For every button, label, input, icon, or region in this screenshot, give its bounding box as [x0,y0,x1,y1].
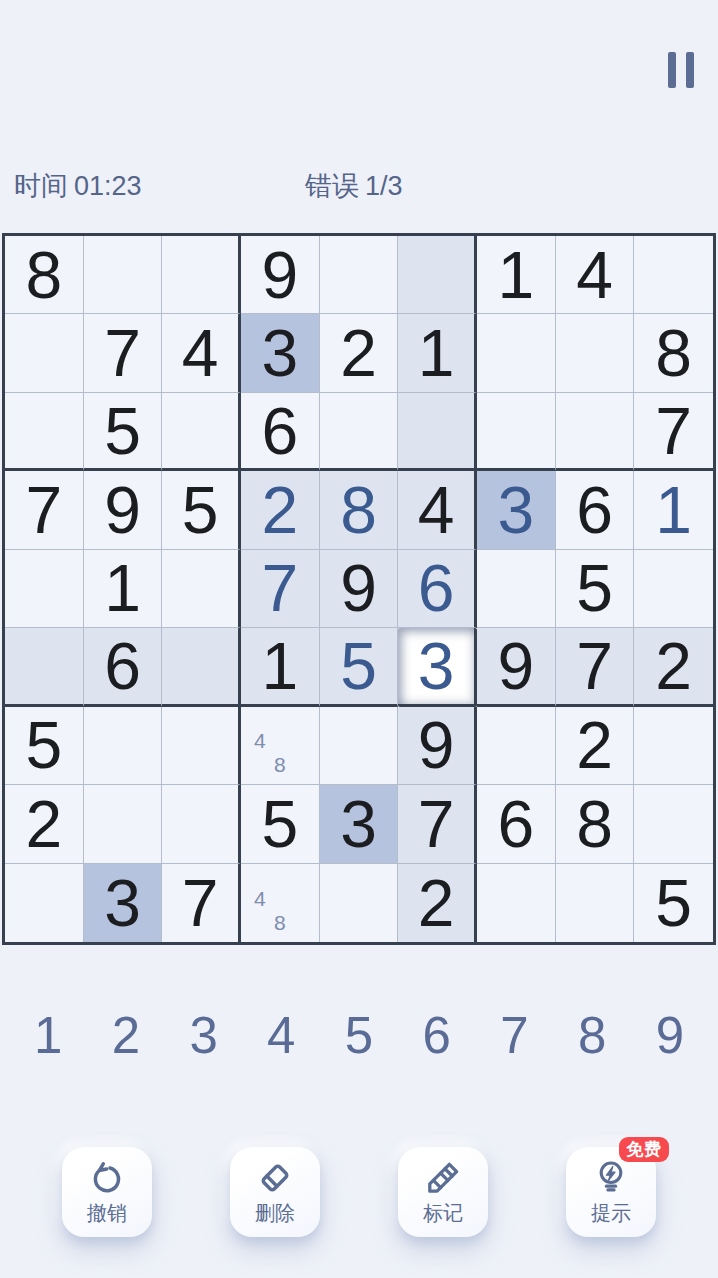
cell-r5c7[interactable] [477,550,556,628]
cell-r2c7[interactable] [477,314,556,392]
cell-r8c5[interactable]: 3 [320,785,399,863]
note-digit-slot [250,753,270,777]
note-digit-slot: 4 [250,729,270,753]
status-bar: 时间01:23 错误1/3 [0,168,718,202]
timer: 时间01:23 [14,168,142,204]
cell-r2c2[interactable]: 7 [84,314,163,392]
pencil-notes: 48 [241,864,319,942]
mark-button[interactable]: 标记 [398,1147,488,1237]
numpad-7[interactable]: 7 [500,1006,528,1065]
cell-r4c8[interactable]: 6 [556,471,635,549]
hint-button[interactable]: 提示免费 [566,1147,656,1237]
cell-r3c1[interactable] [5,393,84,471]
cell-r5c8[interactable]: 5 [556,550,635,628]
timer-value: 01:23 [74,171,142,201]
bulb-icon [589,1156,633,1200]
cell-r7c7[interactable] [477,707,556,785]
cell-r1c4[interactable]: 9 [241,236,320,314]
cell-r4c7[interactable]: 3 [477,471,556,549]
free-badge: 免费 [619,1137,669,1162]
cell-r5c2[interactable]: 1 [84,550,163,628]
cell-r6c7[interactable]: 9 [477,628,556,706]
cell-r6c2[interactable]: 6 [84,628,163,706]
cell-r1c6[interactable] [398,236,477,314]
delete-button[interactable]: 删除 [230,1147,320,1237]
cell-r2c3[interactable]: 4 [162,314,241,392]
cell-r9c3[interactable]: 7 [162,864,241,942]
mistake-value: 1/3 [365,171,403,201]
cell-r6c9[interactable]: 2 [634,628,713,706]
cell-r5c9[interactable] [634,550,713,628]
cell-r4c9[interactable]: 1 [634,471,713,549]
note-digit-slot: 8 [270,911,290,935]
cell-r3c2[interactable]: 5 [84,393,163,471]
cell-r7c8[interactable]: 2 [556,707,635,785]
note-digit-slot [270,887,290,911]
pause-bar [668,52,676,88]
cell-r5c4[interactable]: 7 [241,550,320,628]
cell-r4c6[interactable]: 4 [398,471,477,549]
cell-r2c6[interactable]: 1 [398,314,477,392]
cell-r9c1[interactable] [5,864,84,942]
note-digit-slot [250,867,270,887]
note-digit-slot [270,867,290,887]
undo-icon [85,1156,129,1200]
pencil-notes: 48 [241,707,319,784]
cell-r6c8[interactable]: 7 [556,628,635,706]
cell-r6c5[interactable]: 5 [320,628,399,706]
cell-r2c1[interactable] [5,314,84,392]
cell-r2c9[interactable]: 8 [634,314,713,392]
note-digit-slot [290,867,310,887]
timer-label: 时间 [14,171,68,201]
cell-r7c2[interactable] [84,707,163,785]
cell-r1c2[interactable] [84,236,163,314]
cell-r8c1[interactable]: 2 [5,785,84,863]
cell-r5c3[interactable] [162,550,241,628]
numpad-4[interactable]: 4 [267,1006,295,1065]
note-digit-slot [250,911,270,935]
cell-r1c7[interactable]: 1 [477,236,556,314]
cell-r3c4[interactable]: 6 [241,393,320,471]
cell-r3c9[interactable]: 7 [634,393,713,471]
delete-button-label: 删除 [255,1200,295,1227]
cell-r8c6[interactable]: 7 [398,785,477,863]
cell-r2c8[interactable] [556,314,635,392]
sudoku-grid: 8914743218567795284361179656153972548922… [2,233,716,945]
note-digit-slot [290,710,310,729]
numpad-9[interactable]: 9 [656,1006,684,1065]
cell-r1c9[interactable] [634,236,713,314]
cell-r9c7[interactable] [477,864,556,942]
cell-r9c6[interactable]: 2 [398,864,477,942]
cell-r3c6[interactable] [398,393,477,471]
cell-r9c2[interactable]: 3 [84,864,163,942]
cell-r5c6[interactable]: 6 [398,550,477,628]
number-pad: 123456789 [0,1006,718,1065]
note-digit-slot [250,710,270,729]
cell-r6c3[interactable] [162,628,241,706]
cell-r8c9[interactable] [634,785,713,863]
numpad-8[interactable]: 8 [578,1006,606,1065]
numpad-2[interactable]: 2 [112,1006,140,1065]
cell-r3c8[interactable] [556,393,635,471]
cell-r8c3[interactable] [162,785,241,863]
hint-button-label: 提示 [591,1200,631,1227]
note-digit-slot [290,911,310,935]
note-digit-slot [270,729,290,753]
cell-r5c5[interactable]: 9 [320,550,399,628]
note-digit-slot: 8 [270,753,290,777]
cell-r9c9[interactable]: 5 [634,864,713,942]
numpad-6[interactable]: 6 [423,1006,451,1065]
cell-r2c5[interactable]: 2 [320,314,399,392]
cell-r9c4[interactable]: 48 [241,864,320,942]
cell-r9c5[interactable] [320,864,399,942]
numpad-3[interactable]: 3 [189,1006,217,1065]
undo-button[interactable]: 撤销 [62,1147,152,1237]
cell-r2c4[interactable]: 3 [241,314,320,392]
cell-r1c3[interactable] [162,236,241,314]
cell-r8c2[interactable] [84,785,163,863]
cell-r4c2[interactable]: 9 [84,471,163,549]
note-digit-slot [290,753,310,777]
toolbar: 撤销删除标记提示免费 [0,1147,718,1237]
pencil-icon [421,1156,465,1200]
cell-r6c1[interactable] [5,628,84,706]
cell-r6c6[interactable]: 3 [398,628,477,706]
cell-r7c5[interactable] [320,707,399,785]
cell-r1c1[interactable]: 8 [5,236,84,314]
cell-r3c7[interactable] [477,393,556,471]
cell-r7c9[interactable] [634,707,713,785]
cell-r9c8[interactable] [556,864,635,942]
cell-r6c4[interactable]: 1 [241,628,320,706]
cell-r3c3[interactable] [162,393,241,471]
cell-r1c8[interactable]: 4 [556,236,635,314]
cell-r8c8[interactable]: 8 [556,785,635,863]
cell-r7c1[interactable]: 5 [5,707,84,785]
mark-button-label: 标记 [423,1200,463,1227]
cell-r1c5[interactable] [320,236,399,314]
cell-r4c5[interactable]: 8 [320,471,399,549]
mistake-counter: 错误1/3 [305,168,403,204]
note-digit-slot: 4 [250,887,270,911]
cell-r7c6[interactable]: 9 [398,707,477,785]
numpad-1[interactable]: 1 [34,1006,62,1065]
cell-r3c5[interactable] [320,393,399,471]
cell-r7c3[interactable] [162,707,241,785]
pause-bar [686,52,694,88]
cell-r4c1[interactable]: 7 [5,471,84,549]
sudoku-app-screen: 时间01:23 错误1/3 89147432185677952843611796… [0,0,718,1278]
note-digit-slot [270,710,290,729]
note-digit-slot [290,887,310,911]
cell-r8c4[interactable]: 5 [241,785,320,863]
note-digit-slot [290,729,310,753]
undo-button-label: 撤销 [87,1200,127,1227]
pause-button[interactable] [668,52,694,88]
cell-r4c3[interactable]: 5 [162,471,241,549]
cell-r7c4[interactable]: 48 [241,707,320,785]
cell-r5c1[interactable] [5,550,84,628]
cell-r4c4[interactable]: 2 [241,471,320,549]
cell-r8c7[interactable]: 6 [477,785,556,863]
mistake-label: 错误 [305,171,359,201]
numpad-5[interactable]: 5 [345,1006,373,1065]
eraser-icon [253,1156,297,1200]
